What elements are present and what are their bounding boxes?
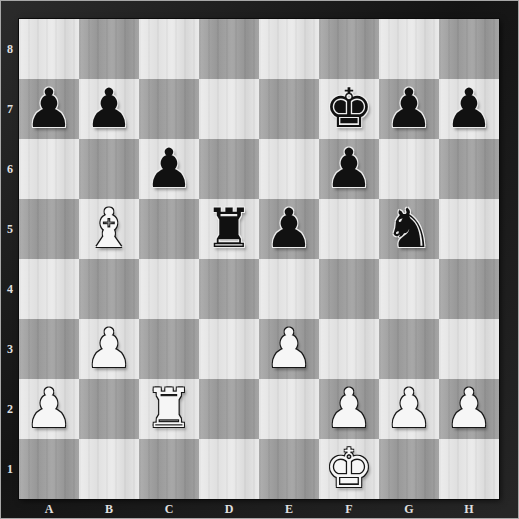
square-e8[interactable] bbox=[259, 19, 319, 79]
square-c8[interactable] bbox=[139, 19, 199, 79]
square-e4[interactable] bbox=[259, 259, 319, 319]
square-d3[interactable] bbox=[199, 319, 259, 379]
black-knight-icon: ♞ bbox=[385, 202, 433, 256]
square-b7[interactable]: ♟ bbox=[79, 79, 139, 139]
square-g6[interactable] bbox=[379, 139, 439, 199]
file-label-c: C bbox=[139, 499, 199, 519]
square-g2[interactable]: ♟ bbox=[379, 379, 439, 439]
rank-label-8: 8 bbox=[1, 19, 19, 79]
square-h8[interactable] bbox=[439, 19, 499, 79]
square-h6[interactable] bbox=[439, 139, 499, 199]
chessboard: ♟♟♚♟♟♟♟♝♜♟♞♟♟♟♜♟♟♟♚ bbox=[19, 19, 499, 499]
file-label-f: F bbox=[319, 499, 379, 519]
square-b1[interactable] bbox=[79, 439, 139, 499]
square-h1[interactable] bbox=[439, 439, 499, 499]
black-pawn-icon: ♟ bbox=[445, 82, 493, 136]
white-pawn-icon: ♟ bbox=[265, 322, 313, 376]
white-king-icon: ♚ bbox=[325, 442, 373, 496]
square-c6[interactable]: ♟ bbox=[139, 139, 199, 199]
file-label-b: B bbox=[79, 499, 139, 519]
square-d7[interactable] bbox=[199, 79, 259, 139]
square-h2[interactable]: ♟ bbox=[439, 379, 499, 439]
square-a4[interactable] bbox=[19, 259, 79, 319]
square-f6[interactable]: ♟ bbox=[319, 139, 379, 199]
file-label-h: H bbox=[439, 499, 499, 519]
square-e2[interactable] bbox=[259, 379, 319, 439]
square-a2[interactable]: ♟ bbox=[19, 379, 79, 439]
file-label-a: A bbox=[19, 499, 79, 519]
square-h4[interactable] bbox=[439, 259, 499, 319]
square-f3[interactable] bbox=[319, 319, 379, 379]
square-g7[interactable]: ♟ bbox=[379, 79, 439, 139]
black-pawn-icon: ♟ bbox=[265, 202, 313, 256]
file-label-d: D bbox=[199, 499, 259, 519]
square-a6[interactable] bbox=[19, 139, 79, 199]
square-g8[interactable] bbox=[379, 19, 439, 79]
square-c4[interactable] bbox=[139, 259, 199, 319]
square-d1[interactable] bbox=[199, 439, 259, 499]
square-f8[interactable] bbox=[319, 19, 379, 79]
square-f5[interactable] bbox=[319, 199, 379, 259]
square-g3[interactable] bbox=[379, 319, 439, 379]
white-pawn-icon: ♟ bbox=[385, 382, 433, 436]
square-c1[interactable] bbox=[139, 439, 199, 499]
square-d4[interactable] bbox=[199, 259, 259, 319]
square-a8[interactable] bbox=[19, 19, 79, 79]
black-rook-icon: ♜ bbox=[205, 202, 253, 256]
square-b2[interactable] bbox=[79, 379, 139, 439]
white-pawn-icon: ♟ bbox=[325, 382, 373, 436]
rank-label-6: 6 bbox=[1, 139, 19, 199]
black-pawn-icon: ♟ bbox=[145, 142, 193, 196]
white-bishop-icon: ♝ bbox=[85, 202, 133, 256]
square-a7[interactable]: ♟ bbox=[19, 79, 79, 139]
rank-label-4: 4 bbox=[1, 259, 19, 319]
square-c7[interactable] bbox=[139, 79, 199, 139]
rank-label-7: 7 bbox=[1, 79, 19, 139]
white-pawn-icon: ♟ bbox=[445, 382, 493, 436]
square-f4[interactable] bbox=[319, 259, 379, 319]
chessboard-frame: ♟♟♚♟♟♟♟♝♜♟♞♟♟♟♜♟♟♟♚ 87654321 ABCDEFGH bbox=[0, 0, 519, 519]
white-rook-icon: ♜ bbox=[145, 382, 193, 436]
square-g4[interactable] bbox=[379, 259, 439, 319]
white-pawn-icon: ♟ bbox=[85, 322, 133, 376]
square-c5[interactable] bbox=[139, 199, 199, 259]
black-pawn-icon: ♟ bbox=[325, 142, 373, 196]
square-d2[interactable] bbox=[199, 379, 259, 439]
square-e3[interactable]: ♟ bbox=[259, 319, 319, 379]
square-g1[interactable] bbox=[379, 439, 439, 499]
square-h5[interactable] bbox=[439, 199, 499, 259]
rank-label-3: 3 bbox=[1, 319, 19, 379]
square-e6[interactable] bbox=[259, 139, 319, 199]
white-pawn-icon: ♟ bbox=[25, 382, 73, 436]
square-c2[interactable]: ♜ bbox=[139, 379, 199, 439]
file-label-e: E bbox=[259, 499, 319, 519]
square-a3[interactable] bbox=[19, 319, 79, 379]
square-b4[interactable] bbox=[79, 259, 139, 319]
square-b3[interactable]: ♟ bbox=[79, 319, 139, 379]
square-e1[interactable] bbox=[259, 439, 319, 499]
square-a1[interactable] bbox=[19, 439, 79, 499]
rank-label-5: 5 bbox=[1, 199, 19, 259]
black-king-icon: ♚ bbox=[325, 82, 373, 136]
rank-label-2: 2 bbox=[1, 379, 19, 439]
square-h3[interactable] bbox=[439, 319, 499, 379]
square-f7[interactable]: ♚ bbox=[319, 79, 379, 139]
square-a5[interactable] bbox=[19, 199, 79, 259]
square-e5[interactable]: ♟ bbox=[259, 199, 319, 259]
square-f1[interactable]: ♚ bbox=[319, 439, 379, 499]
square-e7[interactable] bbox=[259, 79, 319, 139]
square-d6[interactable] bbox=[199, 139, 259, 199]
square-b6[interactable] bbox=[79, 139, 139, 199]
square-b8[interactable] bbox=[79, 19, 139, 79]
square-d5[interactable]: ♜ bbox=[199, 199, 259, 259]
square-g5[interactable]: ♞ bbox=[379, 199, 439, 259]
square-f2[interactable]: ♟ bbox=[319, 379, 379, 439]
black-pawn-icon: ♟ bbox=[385, 82, 433, 136]
file-label-g: G bbox=[379, 499, 439, 519]
black-pawn-icon: ♟ bbox=[85, 82, 133, 136]
rank-label-1: 1 bbox=[1, 439, 19, 499]
square-b5[interactable]: ♝ bbox=[79, 199, 139, 259]
square-c3[interactable] bbox=[139, 319, 199, 379]
square-h7[interactable]: ♟ bbox=[439, 79, 499, 139]
black-pawn-icon: ♟ bbox=[25, 82, 73, 136]
square-d8[interactable] bbox=[199, 19, 259, 79]
